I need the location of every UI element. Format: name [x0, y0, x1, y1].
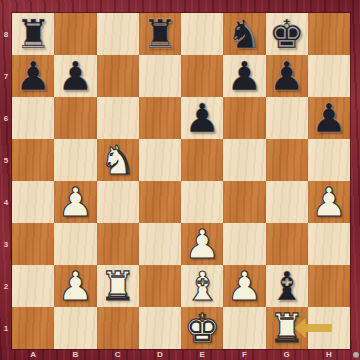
square-f5[interactable] — [223, 139, 265, 181]
square-a5[interactable] — [12, 139, 54, 181]
square-b3[interactable] — [54, 223, 96, 265]
square-a8[interactable]: ♜ — [12, 13, 54, 55]
black-pawn-g7[interactable]: ♟ — [266, 55, 308, 97]
resize-handle-dot — [353, 352, 359, 358]
square-d8[interactable]: ♜ — [139, 13, 181, 55]
square-c6[interactable] — [97, 97, 139, 139]
square-b5[interactable] — [54, 139, 96, 181]
square-f7[interactable]: ♟ — [223, 55, 265, 97]
white-pawn-b2[interactable]: ♟ — [54, 265, 96, 307]
black-pawn-a7[interactable]: ♟ — [12, 55, 54, 97]
square-h4[interactable]: ♟ — [308, 181, 350, 223]
square-a3[interactable] — [12, 223, 54, 265]
square-h7[interactable] — [308, 55, 350, 97]
square-d4[interactable] — [139, 181, 181, 223]
white-pawn-f2[interactable]: ♟ — [223, 265, 265, 307]
rank-label-7: 7 — [0, 55, 12, 97]
rank-label-2: 2 — [0, 265, 12, 307]
square-a2[interactable] — [12, 265, 54, 307]
square-e4[interactable] — [181, 181, 223, 223]
square-a1[interactable] — [12, 307, 54, 349]
square-e5[interactable] — [181, 139, 223, 181]
square-a4[interactable] — [12, 181, 54, 223]
square-b7[interactable]: ♟ — [54, 55, 96, 97]
white-rook-c2[interactable]: ♜ — [97, 265, 139, 307]
square-h8[interactable] — [308, 13, 350, 55]
white-king-e1[interactable]: ♚ — [181, 307, 223, 349]
square-g3[interactable] — [266, 223, 308, 265]
square-d3[interactable] — [139, 223, 181, 265]
square-f8[interactable]: ♞ — [223, 13, 265, 55]
chess-board-frame: 87654321 ABCDEFGH ♜♜♞♚♟♟♟♟♟♟♞♟♟♟♟♜♝♟♝♚♜ — [0, 0, 360, 360]
square-g1[interactable]: ♜ — [266, 307, 308, 349]
square-h6[interactable]: ♟ — [308, 97, 350, 139]
black-rook-d8[interactable]: ♜ — [139, 13, 181, 55]
square-e8[interactable] — [181, 13, 223, 55]
square-f6[interactable] — [223, 97, 265, 139]
square-d2[interactable] — [139, 265, 181, 307]
square-e3[interactable]: ♟ — [181, 223, 223, 265]
file-label-b: B — [54, 349, 96, 360]
square-c4[interactable] — [97, 181, 139, 223]
rank-label-3: 3 — [0, 223, 12, 265]
square-g5[interactable] — [266, 139, 308, 181]
square-d7[interactable] — [139, 55, 181, 97]
square-h1[interactable] — [308, 307, 350, 349]
file-label-a: A — [12, 349, 54, 360]
black-knight-f8[interactable]: ♞ — [223, 13, 265, 55]
square-a6[interactable] — [12, 97, 54, 139]
black-bishop-g2[interactable]: ♝ — [266, 265, 308, 307]
rank-labels: 87654321 — [0, 13, 12, 349]
square-h2[interactable] — [308, 265, 350, 307]
square-b6[interactable] — [54, 97, 96, 139]
rank-label-1: 1 — [0, 307, 12, 349]
black-pawn-e6[interactable]: ♟ — [181, 97, 223, 139]
square-b1[interactable] — [54, 307, 96, 349]
square-g6[interactable] — [266, 97, 308, 139]
square-b4[interactable]: ♟ — [54, 181, 96, 223]
black-pawn-h6[interactable]: ♟ — [308, 97, 350, 139]
square-g8[interactable]: ♚ — [266, 13, 308, 55]
square-c8[interactable] — [97, 13, 139, 55]
black-rook-a8[interactable]: ♜ — [12, 13, 54, 55]
square-b2[interactable]: ♟ — [54, 265, 96, 307]
square-c3[interactable] — [97, 223, 139, 265]
square-e7[interactable] — [181, 55, 223, 97]
white-bishop-e2[interactable]: ♝ — [181, 265, 223, 307]
file-label-h: H — [308, 349, 350, 360]
square-c7[interactable] — [97, 55, 139, 97]
file-label-f: F — [223, 349, 265, 360]
square-b8[interactable] — [54, 13, 96, 55]
square-c1[interactable] — [97, 307, 139, 349]
square-e1[interactable]: ♚ — [181, 307, 223, 349]
square-d5[interactable] — [139, 139, 181, 181]
white-rook-g1[interactable]: ♜ — [266, 307, 308, 349]
white-pawn-h4[interactable]: ♟ — [308, 181, 350, 223]
chess-board: ♜♜♞♚♟♟♟♟♟♟♞♟♟♟♟♜♝♟♝♚♜ — [12, 13, 350, 349]
square-c2[interactable]: ♜ — [97, 265, 139, 307]
white-knight-c5[interactable]: ♞ — [97, 139, 139, 181]
square-g4[interactable] — [266, 181, 308, 223]
square-e6[interactable]: ♟ — [181, 97, 223, 139]
square-g2[interactable]: ♝ — [266, 265, 308, 307]
rank-label-8: 8 — [0, 13, 12, 55]
square-d1[interactable] — [139, 307, 181, 349]
white-pawn-b4[interactable]: ♟ — [54, 181, 96, 223]
rank-label-5: 5 — [0, 139, 12, 181]
square-f3[interactable] — [223, 223, 265, 265]
file-label-c: C — [97, 349, 139, 360]
square-f2[interactable]: ♟ — [223, 265, 265, 307]
white-pawn-e3[interactable]: ♟ — [181, 223, 223, 265]
square-f4[interactable] — [223, 181, 265, 223]
square-d6[interactable] — [139, 97, 181, 139]
square-g7[interactable]: ♟ — [266, 55, 308, 97]
rank-label-6: 6 — [0, 97, 12, 139]
square-e2[interactable]: ♝ — [181, 265, 223, 307]
black-pawn-b7[interactable]: ♟ — [54, 55, 96, 97]
file-label-d: D — [139, 349, 181, 360]
black-pawn-f7[interactable]: ♟ — [223, 55, 265, 97]
square-h5[interactable] — [308, 139, 350, 181]
rank-label-4: 4 — [0, 181, 12, 223]
square-h3[interactable] — [308, 223, 350, 265]
square-c5[interactable]: ♞ — [97, 139, 139, 181]
black-king-g8[interactable]: ♚ — [266, 13, 308, 55]
square-f1[interactable] — [223, 307, 265, 349]
square-a7[interactable]: ♟ — [12, 55, 54, 97]
